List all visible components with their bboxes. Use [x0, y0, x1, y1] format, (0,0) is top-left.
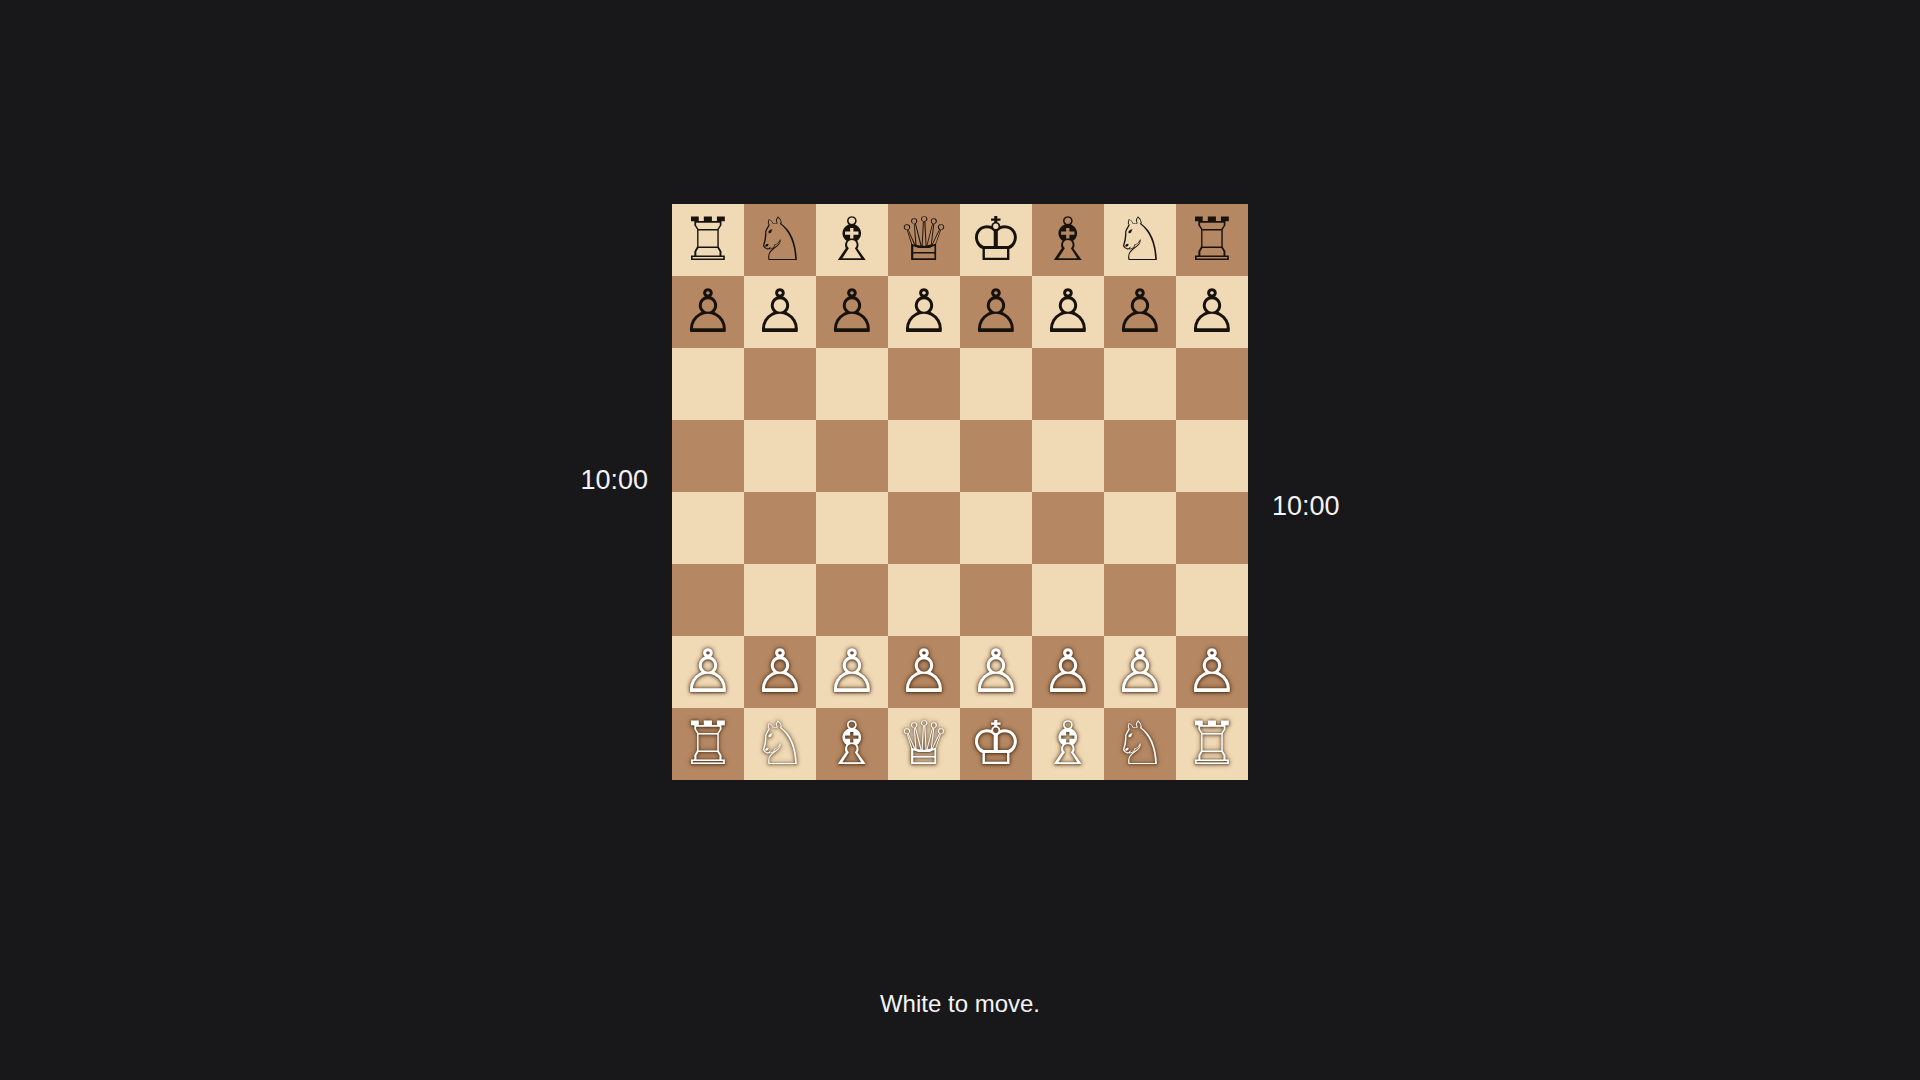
square-h7[interactable]: ♙: [1176, 276, 1248, 348]
piece-black-pawn[interactable]: ♙: [681, 281, 735, 341]
square-b2[interactable]: ♙: [744, 636, 816, 708]
square-h6[interactable]: [1176, 348, 1248, 420]
square-e7[interactable]: ♙: [960, 276, 1032, 348]
square-h2[interactable]: ♙: [1176, 636, 1248, 708]
piece-black-rook[interactable]: ♖: [1185, 209, 1239, 269]
square-b4[interactable]: [744, 492, 816, 564]
piece-black-knight[interactable]: ♘: [753, 209, 807, 269]
square-e2[interactable]: ♙: [960, 636, 1032, 708]
square-c1[interactable]: ♗: [816, 708, 888, 780]
piece-white-pawn[interactable]: ♙: [825, 641, 879, 701]
square-e4[interactable]: [960, 492, 1032, 564]
piece-black-pawn[interactable]: ♙: [1113, 281, 1167, 341]
square-f5[interactable]: [1032, 420, 1104, 492]
square-h3[interactable]: [1176, 564, 1248, 636]
piece-black-pawn[interactable]: ♙: [969, 281, 1023, 341]
square-g4[interactable]: [1104, 492, 1176, 564]
clock-white: 10:00: [1272, 492, 1340, 520]
piece-black-pawn[interactable]: ♙: [1041, 281, 1095, 341]
piece-black-knight[interactable]: ♘: [1113, 209, 1167, 269]
piece-white-pawn[interactable]: ♙: [753, 641, 807, 701]
square-b6[interactable]: [744, 348, 816, 420]
piece-black-pawn[interactable]: ♙: [825, 281, 879, 341]
piece-white-rook[interactable]: ♖: [1185, 713, 1239, 773]
piece-white-pawn[interactable]: ♙: [1185, 641, 1239, 701]
square-h1[interactable]: ♖: [1176, 708, 1248, 780]
square-g2[interactable]: ♙: [1104, 636, 1176, 708]
clock-black: 10:00: [580, 466, 648, 494]
square-a7[interactable]: ♙: [672, 276, 744, 348]
square-h8[interactable]: ♖: [1176, 204, 1248, 276]
square-g5[interactable]: [1104, 420, 1176, 492]
piece-black-pawn[interactable]: ♙: [1185, 281, 1239, 341]
square-a1[interactable]: ♖: [672, 708, 744, 780]
square-g6[interactable]: [1104, 348, 1176, 420]
square-a5[interactable]: [672, 420, 744, 492]
square-g1[interactable]: ♘: [1104, 708, 1176, 780]
piece-black-queen[interactable]: ♕: [897, 209, 951, 269]
square-a3[interactable]: [672, 564, 744, 636]
square-d1[interactable]: ♕: [888, 708, 960, 780]
piece-white-queen[interactable]: ♕: [897, 713, 951, 773]
square-a4[interactable]: [672, 492, 744, 564]
piece-white-knight[interactable]: ♘: [1113, 713, 1167, 773]
square-a8[interactable]: ♖: [672, 204, 744, 276]
square-c5[interactable]: [816, 420, 888, 492]
square-d4[interactable]: [888, 492, 960, 564]
square-h5[interactable]: [1176, 420, 1248, 492]
square-f2[interactable]: ♙: [1032, 636, 1104, 708]
piece-black-bishop[interactable]: ♗: [825, 209, 879, 269]
piece-black-bishop[interactable]: ♗: [1041, 209, 1095, 269]
piece-white-pawn[interactable]: ♙: [1113, 641, 1167, 701]
piece-white-pawn[interactable]: ♙: [969, 641, 1023, 701]
piece-black-king[interactable]: ♔: [969, 209, 1023, 269]
square-b3[interactable]: [744, 564, 816, 636]
piece-white-pawn[interactable]: ♙: [681, 641, 735, 701]
square-c8[interactable]: ♗: [816, 204, 888, 276]
square-b7[interactable]: ♙: [744, 276, 816, 348]
square-e8[interactable]: ♔: [960, 204, 1032, 276]
square-f6[interactable]: [1032, 348, 1104, 420]
square-d8[interactable]: ♕: [888, 204, 960, 276]
square-d6[interactable]: [888, 348, 960, 420]
square-b5[interactable]: [744, 420, 816, 492]
piece-white-pawn[interactable]: ♙: [897, 641, 951, 701]
square-h4[interactable]: [1176, 492, 1248, 564]
square-f4[interactable]: [1032, 492, 1104, 564]
square-a2[interactable]: ♙: [672, 636, 744, 708]
square-c3[interactable]: [816, 564, 888, 636]
piece-black-pawn[interactable]: ♙: [753, 281, 807, 341]
square-e3[interactable]: [960, 564, 1032, 636]
piece-white-pawn[interactable]: ♙: [1041, 641, 1095, 701]
square-e5[interactable]: [960, 420, 1032, 492]
piece-white-bishop[interactable]: ♗: [825, 713, 879, 773]
chess-board: ♖♘♗♕♔♗♘♖♙♙♙♙♙♙♙♙♙♙♙♙♙♙♙♙♖♘♗♕♔♗♘♖: [672, 204, 1248, 780]
square-c4[interactable]: [816, 492, 888, 564]
piece-white-knight[interactable]: ♘: [753, 713, 807, 773]
square-d5[interactable]: [888, 420, 960, 492]
square-f7[interactable]: ♙: [1032, 276, 1104, 348]
square-e6[interactable]: [960, 348, 1032, 420]
square-f1[interactable]: ♗: [1032, 708, 1104, 780]
square-g3[interactable]: [1104, 564, 1176, 636]
square-c7[interactable]: ♙: [816, 276, 888, 348]
square-f8[interactable]: ♗: [1032, 204, 1104, 276]
piece-white-king[interactable]: ♔: [969, 713, 1023, 773]
piece-white-rook[interactable]: ♖: [681, 713, 735, 773]
piece-white-bishop[interactable]: ♗: [1041, 713, 1095, 773]
square-g8[interactable]: ♘: [1104, 204, 1176, 276]
square-b8[interactable]: ♘: [744, 204, 816, 276]
piece-black-pawn[interactable]: ♙: [897, 281, 951, 341]
square-d7[interactable]: ♙: [888, 276, 960, 348]
piece-black-rook[interactable]: ♖: [681, 209, 735, 269]
square-d3[interactable]: [888, 564, 960, 636]
square-c2[interactable]: ♙: [816, 636, 888, 708]
square-g7[interactable]: ♙: [1104, 276, 1176, 348]
square-f3[interactable]: [1032, 564, 1104, 636]
square-c6[interactable]: [816, 348, 888, 420]
square-b1[interactable]: ♘: [744, 708, 816, 780]
status-text: White to move.: [0, 991, 1920, 1017]
square-a6[interactable]: [672, 348, 744, 420]
square-e1[interactable]: ♔: [960, 708, 1032, 780]
square-d2[interactable]: ♙: [888, 636, 960, 708]
